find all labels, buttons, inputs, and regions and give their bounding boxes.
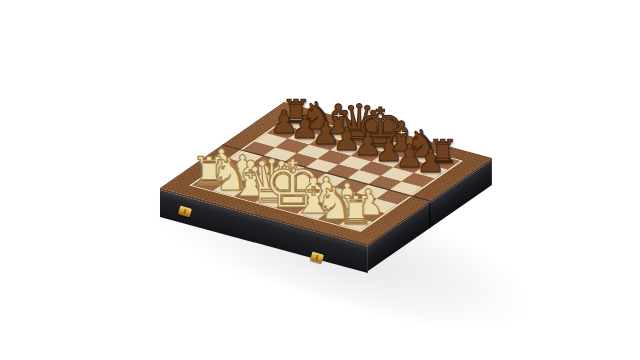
product-photo: ♜♞♝♛♚♝♞♜♟♟♟♟♟♟♟♟♟♟♟♟♟♟♟♟♜♞♝♛♚♝♞♜ — [0, 0, 640, 360]
box-fold-gap — [429, 203, 430, 229]
